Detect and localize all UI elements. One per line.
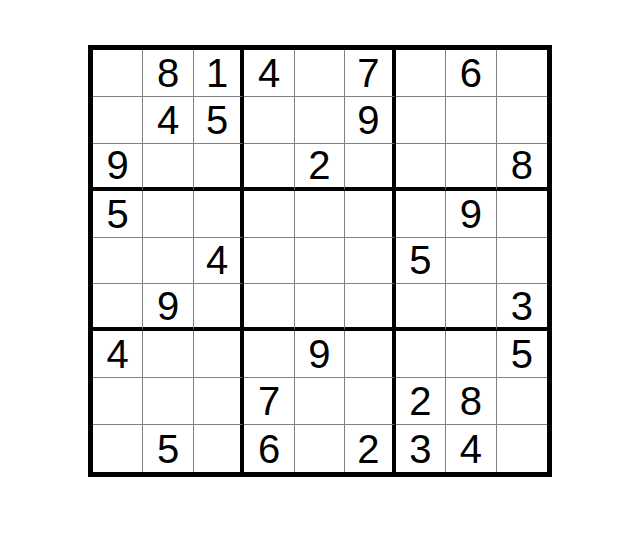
cell-r4c3[interactable] — [194, 191, 244, 238]
cell-r7c7[interactable] — [396, 331, 446, 378]
sudoku-page: 8147645992859459349572856234 — [0, 0, 640, 540]
cell-r2c4[interactable] — [244, 97, 294, 144]
cell-r7c2[interactable] — [143, 331, 193, 378]
cell-r4c4[interactable] — [244, 191, 294, 238]
cell-r2c3[interactable]: 5 — [194, 97, 244, 144]
cell-r7c1[interactable]: 4 — [93, 331, 143, 378]
cell-r4c6[interactable] — [345, 191, 395, 238]
cell-r6c3[interactable] — [194, 284, 244, 331]
cell-r9c9[interactable] — [497, 425, 547, 472]
cell-r6c9[interactable]: 3 — [497, 284, 547, 331]
cell-r2c7[interactable] — [396, 97, 446, 144]
cell-r2c9[interactable] — [497, 97, 547, 144]
cell-r6c7[interactable] — [396, 284, 446, 331]
cell-r3c8[interactable] — [446, 144, 496, 191]
cell-r1c7[interactable] — [396, 50, 446, 97]
cell-r5c8[interactable] — [446, 238, 496, 285]
cell-r2c1[interactable] — [93, 97, 143, 144]
cell-r9c8[interactable]: 4 — [446, 425, 496, 472]
cell-r1c6[interactable]: 7 — [345, 50, 395, 97]
cell-r4c7[interactable] — [396, 191, 446, 238]
cell-r5c3[interactable]: 4 — [194, 238, 244, 285]
cell-r3c6[interactable] — [345, 144, 395, 191]
cell-r7c8[interactable] — [446, 331, 496, 378]
cell-r5c2[interactable] — [143, 238, 193, 285]
cell-r7c3[interactable] — [194, 331, 244, 378]
cell-r7c6[interactable] — [345, 331, 395, 378]
cell-r9c2[interactable]: 5 — [143, 425, 193, 472]
cell-r9c3[interactable] — [194, 425, 244, 472]
cell-r2c8[interactable] — [446, 97, 496, 144]
cell-r9c4[interactable]: 6 — [244, 425, 294, 472]
cell-r8c7[interactable]: 2 — [396, 378, 446, 425]
cell-r3c4[interactable] — [244, 144, 294, 191]
cell-r4c2[interactable] — [143, 191, 193, 238]
cell-r1c4[interactable]: 4 — [244, 50, 294, 97]
cell-r4c5[interactable] — [295, 191, 345, 238]
cell-r6c2[interactable]: 9 — [143, 284, 193, 331]
cell-r7c4[interactable] — [244, 331, 294, 378]
cell-r2c6[interactable]: 9 — [345, 97, 395, 144]
cell-r3c3[interactable] — [194, 144, 244, 191]
cell-r6c4[interactable] — [244, 284, 294, 331]
cell-r6c6[interactable] — [345, 284, 395, 331]
cell-r5c7[interactable]: 5 — [396, 238, 446, 285]
cell-r7c9[interactable]: 5 — [497, 331, 547, 378]
cell-r3c2[interactable] — [143, 144, 193, 191]
cell-r5c6[interactable] — [345, 238, 395, 285]
cell-r2c5[interactable] — [295, 97, 345, 144]
cell-r8c8[interactable]: 8 — [446, 378, 496, 425]
cell-r6c8[interactable] — [446, 284, 496, 331]
cell-r4c1[interactable]: 5 — [93, 191, 143, 238]
cell-r8c5[interactable] — [295, 378, 345, 425]
cell-r5c5[interactable] — [295, 238, 345, 285]
cell-r7c5[interactable]: 9 — [295, 331, 345, 378]
cell-r1c8[interactable]: 6 — [446, 50, 496, 97]
cell-r1c9[interactable] — [497, 50, 547, 97]
cell-r8c3[interactable] — [194, 378, 244, 425]
cell-r9c1[interactable] — [93, 425, 143, 472]
cell-r3c1[interactable]: 9 — [93, 144, 143, 191]
cell-r1c5[interactable] — [295, 50, 345, 97]
cell-r8c2[interactable] — [143, 378, 193, 425]
cell-r8c1[interactable] — [93, 378, 143, 425]
cell-r9c5[interactable] — [295, 425, 345, 472]
cell-r9c6[interactable]: 2 — [345, 425, 395, 472]
cell-r8c6[interactable] — [345, 378, 395, 425]
sudoku-board: 8147645992859459349572856234 — [88, 45, 552, 477]
cell-r6c1[interactable] — [93, 284, 143, 331]
cell-r3c9[interactable]: 8 — [497, 144, 547, 191]
cell-r1c3[interactable]: 1 — [194, 50, 244, 97]
cell-r8c9[interactable] — [497, 378, 547, 425]
cell-r5c9[interactable] — [497, 238, 547, 285]
cell-r8c4[interactable]: 7 — [244, 378, 294, 425]
cell-r5c1[interactable] — [93, 238, 143, 285]
cell-r1c1[interactable] — [93, 50, 143, 97]
cell-r5c4[interactable] — [244, 238, 294, 285]
cell-r1c2[interactable]: 8 — [143, 50, 193, 97]
cell-r4c9[interactable] — [497, 191, 547, 238]
cell-r9c7[interactable]: 3 — [396, 425, 446, 472]
cell-r4c8[interactable]: 9 — [446, 191, 496, 238]
cell-r6c5[interactable] — [295, 284, 345, 331]
cell-r3c7[interactable] — [396, 144, 446, 191]
cell-r2c2[interactable]: 4 — [143, 97, 193, 144]
cell-r3c5[interactable]: 2 — [295, 144, 345, 191]
